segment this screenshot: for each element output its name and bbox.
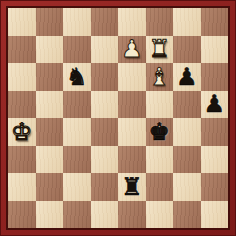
square-e4[interactable] (118, 118, 146, 146)
square-f6[interactable]: ♝ (146, 63, 174, 91)
square-g4[interactable] (173, 118, 201, 146)
white-bishop[interactable]: ♝ (146, 63, 174, 91)
square-h7[interactable] (201, 36, 229, 64)
board-frame: ♟♜♞♝♟♟♚♚♜ (0, 0, 236, 236)
square-g2[interactable] (173, 173, 201, 201)
square-f1[interactable] (146, 201, 174, 229)
square-f3[interactable] (146, 146, 174, 174)
black-pawn[interactable]: ♟ (173, 63, 201, 91)
square-h8[interactable] (201, 8, 229, 36)
square-e3[interactable] (118, 146, 146, 174)
square-b8[interactable] (36, 8, 64, 36)
square-g1[interactable] (173, 201, 201, 229)
square-a8[interactable] (8, 8, 36, 36)
square-a2[interactable] (8, 173, 36, 201)
square-d8[interactable] (91, 8, 119, 36)
square-c4[interactable] (63, 118, 91, 146)
square-h4[interactable] (201, 118, 229, 146)
square-d1[interactable] (91, 201, 119, 229)
square-b7[interactable] (36, 36, 64, 64)
square-g3[interactable] (173, 146, 201, 174)
square-h6[interactable] (201, 63, 229, 91)
square-h1[interactable] (201, 201, 229, 229)
square-e8[interactable] (118, 8, 146, 36)
square-a1[interactable] (8, 201, 36, 229)
square-b3[interactable] (36, 146, 64, 174)
square-c7[interactable] (63, 36, 91, 64)
black-pawn[interactable]: ♟ (201, 91, 229, 119)
white-pawn[interactable]: ♟ (118, 36, 146, 64)
square-d5[interactable] (91, 91, 119, 119)
square-a4[interactable]: ♚ (8, 118, 36, 146)
square-f7[interactable]: ♜ (146, 36, 174, 64)
black-rook[interactable]: ♜ (118, 173, 146, 201)
square-c2[interactable] (63, 173, 91, 201)
square-d4[interactable] (91, 118, 119, 146)
square-e1[interactable] (118, 201, 146, 229)
square-h5[interactable]: ♟ (201, 91, 229, 119)
chess-board: ♟♜♞♝♟♟♚♚♜ (8, 8, 228, 228)
square-e7[interactable]: ♟ (118, 36, 146, 64)
square-g6[interactable]: ♟ (173, 63, 201, 91)
square-c5[interactable] (63, 91, 91, 119)
square-h2[interactable] (201, 173, 229, 201)
square-h3[interactable] (201, 146, 229, 174)
square-b4[interactable] (36, 118, 64, 146)
square-d3[interactable] (91, 146, 119, 174)
square-a7[interactable] (8, 36, 36, 64)
white-rook[interactable]: ♜ (146, 36, 174, 64)
square-e2[interactable]: ♜ (118, 173, 146, 201)
square-g5[interactable] (173, 91, 201, 119)
square-f2[interactable] (146, 173, 174, 201)
square-f8[interactable] (146, 8, 174, 36)
square-a6[interactable] (8, 63, 36, 91)
square-b6[interactable] (36, 63, 64, 91)
black-knight[interactable]: ♞ (63, 63, 91, 91)
square-d6[interactable] (91, 63, 119, 91)
square-c1[interactable] (63, 201, 91, 229)
square-c3[interactable] (63, 146, 91, 174)
square-d7[interactable] (91, 36, 119, 64)
square-f4[interactable]: ♚ (146, 118, 174, 146)
square-g8[interactable] (173, 8, 201, 36)
square-b2[interactable] (36, 173, 64, 201)
square-b5[interactable] (36, 91, 64, 119)
square-c8[interactable] (63, 8, 91, 36)
square-a5[interactable] (8, 91, 36, 119)
square-c6[interactable]: ♞ (63, 63, 91, 91)
square-g7[interactable] (173, 36, 201, 64)
black-king[interactable]: ♚ (146, 118, 174, 146)
square-d2[interactable] (91, 173, 119, 201)
square-a3[interactable] (8, 146, 36, 174)
square-b1[interactable] (36, 201, 64, 229)
square-e6[interactable] (118, 63, 146, 91)
square-e5[interactable] (118, 91, 146, 119)
square-f5[interactable] (146, 91, 174, 119)
white-king[interactable]: ♚ (8, 118, 36, 146)
